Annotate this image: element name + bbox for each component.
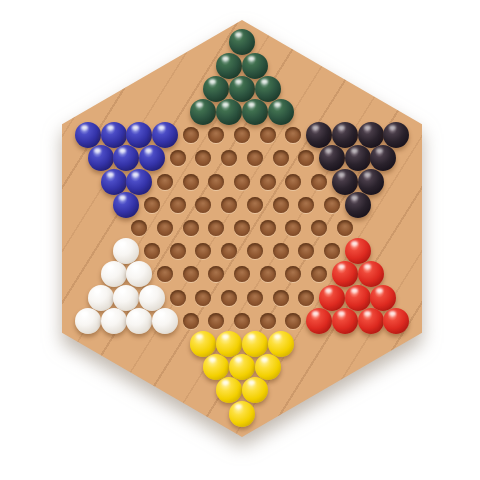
marble-green-r3c2[interactable] [229,76,255,102]
hole-r11c9[interactable] [311,266,327,282]
hole-r9c1[interactable] [131,220,147,236]
marble-blue-r7c2[interactable] [126,169,152,195]
hole-r7c8[interactable] [285,174,301,190]
hole-r7c6[interactable] [234,174,250,190]
marble-white-r11c1[interactable] [101,261,127,287]
marble-yellow-r14c1[interactable] [190,331,216,357]
hole-r13c7[interactable] [234,313,250,329]
hole-r11c4[interactable] [183,266,199,282]
marble-black-r5c10[interactable] [306,122,332,148]
marble-red-r12c12[interactable] [370,285,396,311]
hole-r5c5[interactable] [183,127,199,143]
marble-blue-r5c4[interactable] [152,122,178,148]
hole-r5c9[interactable] [285,127,301,143]
marble-red-r11c10[interactable] [332,261,358,287]
hole-r10c9[interactable] [324,243,340,259]
marble-black-r8c10[interactable] [345,192,371,218]
hole-r13c5[interactable] [183,313,199,329]
marble-yellow-r15c1[interactable] [203,354,229,380]
hole-r12c4[interactable] [170,290,186,306]
marble-white-r13c2[interactable] [101,308,127,334]
hole-r6c5[interactable] [195,150,211,166]
hole-r7c9[interactable] [311,174,327,190]
hole-r7c3[interactable] [157,174,173,190]
marble-red-r13c10[interactable] [306,308,332,334]
marble-green-r4c1[interactable] [190,99,216,125]
hole-r10c6[interactable] [247,243,263,259]
hole-r13c8[interactable] [260,313,276,329]
hole-r11c6[interactable] [234,266,250,282]
marble-black-r6c11[interactable] [345,145,371,171]
hole-r7c7[interactable] [260,174,276,190]
marble-yellow-r17c1[interactable] [229,401,255,427]
marble-black-r6c12[interactable] [370,145,396,171]
marble-white-r12c2[interactable] [113,285,139,311]
hole-r8c8[interactable] [298,197,314,213]
hole-r10c4[interactable] [195,243,211,259]
marble-yellow-r16c2[interactable] [242,377,268,403]
hole-r10c2[interactable] [144,243,160,259]
marble-blue-r6c3[interactable] [139,145,165,171]
marble-green-r2c1[interactable] [216,53,242,79]
hole-r9c3[interactable] [183,220,199,236]
hole-r12c9[interactable] [298,290,314,306]
hole-r10c5[interactable] [221,243,237,259]
hole-r6c8[interactable] [273,150,289,166]
hole-r7c4[interactable] [183,174,199,190]
marble-blue-r6c1[interactable] [88,145,114,171]
marble-green-r1c1[interactable] [229,29,255,55]
marble-white-r13c1[interactable] [75,308,101,334]
marble-yellow-r14c2[interactable] [216,331,242,357]
marble-black-r7c10[interactable] [332,169,358,195]
marble-black-r5c13[interactable] [383,122,409,148]
marble-red-r12c10[interactable] [319,285,345,311]
marble-blue-r5c2[interactable] [101,122,127,148]
marble-red-r11c11[interactable] [358,261,384,287]
hole-r8c2[interactable] [144,197,160,213]
hole-r9c6[interactable] [260,220,276,236]
hole-r7c5[interactable] [208,174,224,190]
marble-blue-r5c1[interactable] [75,122,101,148]
hole-r8c5[interactable] [221,197,237,213]
marble-yellow-r15c2[interactable] [229,354,255,380]
photo-canvas [0,0,480,480]
marble-black-r5c11[interactable] [332,122,358,148]
hole-r9c2[interactable] [157,220,173,236]
marble-blue-r7c1[interactable] [101,169,127,195]
marble-blue-r5c3[interactable] [126,122,152,148]
hole-r8c6[interactable] [247,197,263,213]
hole-r6c6[interactable] [221,150,237,166]
hole-r13c9[interactable] [285,313,301,329]
hole-r11c7[interactable] [260,266,276,282]
marble-yellow-r14c4[interactable] [268,331,294,357]
marble-red-r13c12[interactable] [358,308,384,334]
hole-r8c3[interactable] [170,197,186,213]
marble-green-r3c3[interactable] [255,76,281,102]
hole-r13c6[interactable] [208,313,224,329]
hole-r9c7[interactable] [285,220,301,236]
hole-r9c4[interactable] [208,220,224,236]
hole-r5c7[interactable] [234,127,250,143]
marble-blue-r6c2[interactable] [113,145,139,171]
marble-green-r4c4[interactable] [268,99,294,125]
hole-r12c6[interactable] [221,290,237,306]
hole-r10c8[interactable] [298,243,314,259]
board-shadow [62,20,422,437]
marble-yellow-r15c3[interactable] [255,354,281,380]
marble-red-r12c11[interactable] [345,285,371,311]
marble-black-r7c11[interactable] [358,169,384,195]
marble-green-r3c1[interactable] [203,76,229,102]
hole-r12c5[interactable] [195,290,211,306]
marble-white-r12c1[interactable] [88,285,114,311]
marble-green-r4c2[interactable] [216,99,242,125]
hole-r9c8[interactable] [311,220,327,236]
marble-red-r10c10[interactable] [345,238,371,264]
hole-r6c4[interactable] [170,150,186,166]
marble-red-r13c11[interactable] [332,308,358,334]
chinese-checkers-board [62,20,422,437]
hole-r5c8[interactable] [260,127,276,143]
hole-r10c7[interactable] [273,243,289,259]
marble-white-r12c3[interactable] [139,285,165,311]
marble-white-r11c2[interactable] [126,261,152,287]
marble-red-r13c13[interactable] [383,308,409,334]
marble-green-r2c2[interactable] [242,53,268,79]
marble-blue-r8c1[interactable] [113,192,139,218]
marble-white-r10c1[interactable] [113,238,139,264]
hole-r9c5[interactable] [234,220,250,236]
marble-green-r4c3[interactable] [242,99,268,125]
hole-r6c7[interactable] [247,150,263,166]
hole-r11c3[interactable] [157,266,173,282]
hole-r6c9[interactable] [298,150,314,166]
marble-yellow-r14c3[interactable] [242,331,268,357]
hole-r11c8[interactable] [285,266,301,282]
hole-r9c9[interactable] [337,220,353,236]
hole-r10c3[interactable] [170,243,186,259]
marble-yellow-r16c1[interactable] [216,377,242,403]
marble-white-r13c3[interactable] [126,308,152,334]
marble-black-r5c12[interactable] [358,122,384,148]
hole-r5c6[interactable] [208,127,224,143]
marble-white-r13c4[interactable] [152,308,178,334]
marble-black-r6c10[interactable] [319,145,345,171]
hole-r12c7[interactable] [247,290,263,306]
hole-r12c8[interactable] [273,290,289,306]
hole-r8c9[interactable] [324,197,340,213]
hole-r8c7[interactable] [273,197,289,213]
hole-r11c5[interactable] [208,266,224,282]
hole-r8c4[interactable] [195,197,211,213]
